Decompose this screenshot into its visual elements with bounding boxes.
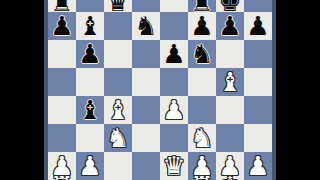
square-e5[interactable] [160,68,188,96]
piece-black-bishop: ♝ [78,97,101,123]
square-c4[interactable]: ♝ [104,96,132,124]
board-frame-right [272,0,276,180]
square-e3[interactable] [160,124,188,152]
square-d7[interactable]: ♞ [132,12,160,40]
square-b8[interactable] [76,0,104,12]
square-h8[interactable] [244,0,272,12]
square-a5[interactable] [48,68,76,96]
piece-white-knight: ♞ [106,125,129,151]
piece-white-pawn: ♟ [78,153,101,179]
piece-black-pawn: ♟ [162,41,185,67]
square-g8[interactable]: ♚ [216,0,244,12]
square-g6[interactable] [216,40,244,68]
square-c6[interactable] [104,40,132,68]
piece-black-knight: ♞ [190,41,213,67]
square-e6[interactable]: ♟ [160,40,188,68]
piece-black-pawn: ♟ [190,13,213,39]
piece-white-pawn: ♟ [162,97,185,123]
square-b2[interactable]: ♟ [76,152,104,180]
chess-diagram-stage: ♜♛♜♚♟♝♞♟♟♟♟♟♞♝♝♝♟♞♞♟♟♛♟♟♟♜♜♚ [0,0,320,180]
square-b7[interactable]: ♝ [76,12,104,40]
square-h7[interactable]: ♟ [244,12,272,40]
square-g4[interactable] [216,96,244,124]
piece-black-pawn: ♟ [218,13,241,39]
square-f8[interactable]: ♜ [188,0,216,12]
piece-black-bishop: ♝ [78,13,101,39]
square-a6[interactable] [48,40,76,68]
square-b6[interactable]: ♟ [76,40,104,68]
square-b5[interactable] [76,68,104,96]
piece-black-pawn: ♟ [50,13,73,39]
piece-white-bishop: ♝ [106,97,129,123]
square-a8[interactable]: ♜ [48,0,76,12]
piece-black-knight: ♞ [134,13,157,39]
square-a3[interactable] [48,124,76,152]
piece-white-pawn: ♟ [218,153,241,179]
square-c8[interactable]: ♛ [104,0,132,12]
square-g3[interactable] [216,124,244,152]
square-f5[interactable] [188,68,216,96]
square-h5[interactable] [244,68,272,96]
square-h4[interactable] [244,96,272,124]
piece-white-pawn: ♟ [246,153,269,179]
square-c5[interactable] [104,68,132,96]
piece-white-bishop: ♝ [218,69,241,95]
square-a7[interactable]: ♟ [48,12,76,40]
square-d2[interactable] [132,152,160,180]
square-b4[interactable]: ♝ [76,96,104,124]
square-f2[interactable]: ♟ [188,152,216,180]
piece-black-pawn: ♟ [78,41,101,67]
square-a2[interactable]: ♟ [48,152,76,180]
square-c7[interactable] [104,12,132,40]
square-f4[interactable] [188,96,216,124]
square-f6[interactable]: ♞ [188,40,216,68]
square-a4[interactable] [48,96,76,124]
square-d5[interactable] [132,68,160,96]
square-e2[interactable]: ♛ [160,152,188,180]
piece-white-pawn: ♟ [50,153,73,179]
square-d6[interactable] [132,40,160,68]
square-g2[interactable]: ♟ [216,152,244,180]
square-e7[interactable] [160,12,188,40]
piece-white-knight: ♞ [190,125,213,151]
square-d4[interactable] [132,96,160,124]
square-c2[interactable] [104,152,132,180]
piece-white-queen: ♛ [162,153,185,179]
square-g5[interactable]: ♝ [216,68,244,96]
square-h3[interactable] [244,124,272,152]
square-f7[interactable]: ♟ [188,12,216,40]
square-h2[interactable]: ♟ [244,152,272,180]
square-g7[interactable]: ♟ [216,12,244,40]
square-d3[interactable] [132,124,160,152]
square-h6[interactable] [244,40,272,68]
piece-black-pawn: ♟ [246,13,269,39]
square-e8[interactable] [160,0,188,12]
chess-board: ♜♛♜♚♟♝♞♟♟♟♟♟♞♝♝♝♟♞♞♟♟♛♟♟♟♜♜♚ [48,0,272,180]
square-e4[interactable]: ♟ [160,96,188,124]
square-d8[interactable] [132,0,160,12]
square-c3[interactable]: ♞ [104,124,132,152]
square-b3[interactable] [76,124,104,152]
square-f3[interactable]: ♞ [188,124,216,152]
piece-white-pawn: ♟ [190,153,213,179]
